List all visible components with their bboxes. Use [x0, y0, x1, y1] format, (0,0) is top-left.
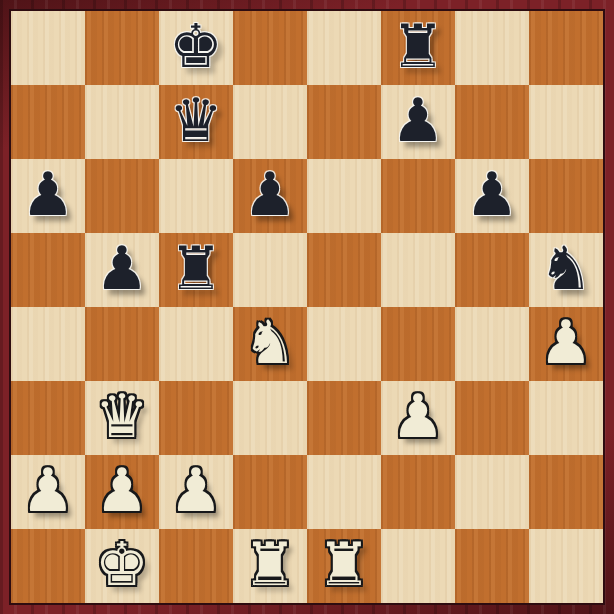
square-f2[interactable]: [381, 455, 455, 529]
black-pawn-icon[interactable]: ♟: [21, 157, 75, 231]
square-h5[interactable]: ♞: [529, 233, 603, 307]
white-knight-icon[interactable]: ♞: [243, 305, 297, 379]
black-pawn-icon[interactable]: ♟: [465, 157, 519, 231]
square-g4[interactable]: [455, 307, 529, 381]
black-pawn-icon[interactable]: ♟: [243, 157, 297, 231]
square-g5[interactable]: [455, 233, 529, 307]
square-c5[interactable]: ♜: [159, 233, 233, 307]
square-e2[interactable]: [307, 455, 381, 529]
square-h4[interactable]: ♟: [529, 307, 603, 381]
square-f8[interactable]: ♜: [381, 11, 455, 85]
square-a8[interactable]: [11, 11, 85, 85]
square-e4[interactable]: [307, 307, 381, 381]
black-pawn-icon[interactable]: ♟: [95, 231, 149, 305]
white-pawn-icon[interactable]: ♟: [21, 453, 75, 527]
square-h1[interactable]: [529, 529, 603, 603]
square-g3[interactable]: [455, 381, 529, 455]
square-h2[interactable]: [529, 455, 603, 529]
square-c6[interactable]: [159, 159, 233, 233]
square-d2[interactable]: [233, 455, 307, 529]
white-rook-icon[interactable]: ♜: [243, 527, 297, 601]
square-d5[interactable]: [233, 233, 307, 307]
square-c4[interactable]: [159, 307, 233, 381]
square-a1[interactable]: [11, 529, 85, 603]
white-king-icon[interactable]: ♚: [95, 527, 149, 601]
square-d6[interactable]: ♟: [233, 159, 307, 233]
square-d7[interactable]: [233, 85, 307, 159]
square-h7[interactable]: [529, 85, 603, 159]
square-c3[interactable]: [159, 381, 233, 455]
square-f4[interactable]: [381, 307, 455, 381]
white-pawn-icon[interactable]: ♟: [169, 453, 223, 527]
square-c8[interactable]: ♚: [159, 11, 233, 85]
square-g6[interactable]: ♟: [455, 159, 529, 233]
square-e5[interactable]: [307, 233, 381, 307]
square-b1[interactable]: ♚: [85, 529, 159, 603]
square-d4[interactable]: ♞: [233, 307, 307, 381]
square-g2[interactable]: [455, 455, 529, 529]
square-a6[interactable]: ♟: [11, 159, 85, 233]
square-a3[interactable]: [11, 381, 85, 455]
square-e3[interactable]: [307, 381, 381, 455]
square-d8[interactable]: [233, 11, 307, 85]
black-rook-icon[interactable]: ♜: [169, 231, 223, 305]
square-d3[interactable]: [233, 381, 307, 455]
black-knight-icon[interactable]: ♞: [539, 231, 593, 305]
black-pawn-icon[interactable]: ♟: [391, 83, 445, 157]
board-frame: ♚♜♛♟♟♟♟♟♜♞♞♟♛♟♟♟♟♚♜♜: [0, 0, 614, 614]
white-pawn-icon[interactable]: ♟: [391, 379, 445, 453]
square-c7[interactable]: ♛: [159, 85, 233, 159]
white-queen-icon[interactable]: ♛: [95, 379, 149, 453]
square-f5[interactable]: [381, 233, 455, 307]
chess-board: ♚♜♛♟♟♟♟♟♜♞♞♟♛♟♟♟♟♚♜♜: [9, 9, 605, 605]
square-h3[interactable]: [529, 381, 603, 455]
square-b8[interactable]: [85, 11, 159, 85]
square-a4[interactable]: [11, 307, 85, 381]
square-g1[interactable]: [455, 529, 529, 603]
square-f3[interactable]: ♟: [381, 381, 455, 455]
square-e6[interactable]: [307, 159, 381, 233]
square-c1[interactable]: [159, 529, 233, 603]
square-b5[interactable]: ♟: [85, 233, 159, 307]
white-pawn-icon[interactable]: ♟: [95, 453, 149, 527]
square-a2[interactable]: ♟: [11, 455, 85, 529]
black-queen-icon[interactable]: ♛: [169, 83, 223, 157]
square-f7[interactable]: ♟: [381, 85, 455, 159]
square-a5[interactable]: [11, 233, 85, 307]
square-e1[interactable]: ♜: [307, 529, 381, 603]
square-b6[interactable]: [85, 159, 159, 233]
square-b4[interactable]: [85, 307, 159, 381]
square-g8[interactable]: [455, 11, 529, 85]
square-f6[interactable]: [381, 159, 455, 233]
square-c2[interactable]: ♟: [159, 455, 233, 529]
white-pawn-icon[interactable]: ♟: [539, 305, 593, 379]
square-g7[interactable]: [455, 85, 529, 159]
white-rook-icon[interactable]: ♜: [317, 527, 371, 601]
square-e8[interactable]: [307, 11, 381, 85]
square-d1[interactable]: ♜: [233, 529, 307, 603]
square-h6[interactable]: [529, 159, 603, 233]
square-h8[interactable]: [529, 11, 603, 85]
square-f1[interactable]: [381, 529, 455, 603]
square-e7[interactable]: [307, 85, 381, 159]
square-b2[interactable]: ♟: [85, 455, 159, 529]
square-b7[interactable]: [85, 85, 159, 159]
square-b3[interactable]: ♛: [85, 381, 159, 455]
black-king-icon[interactable]: ♚: [169, 9, 223, 83]
black-rook-icon[interactable]: ♜: [391, 9, 445, 83]
square-a7[interactable]: [11, 85, 85, 159]
